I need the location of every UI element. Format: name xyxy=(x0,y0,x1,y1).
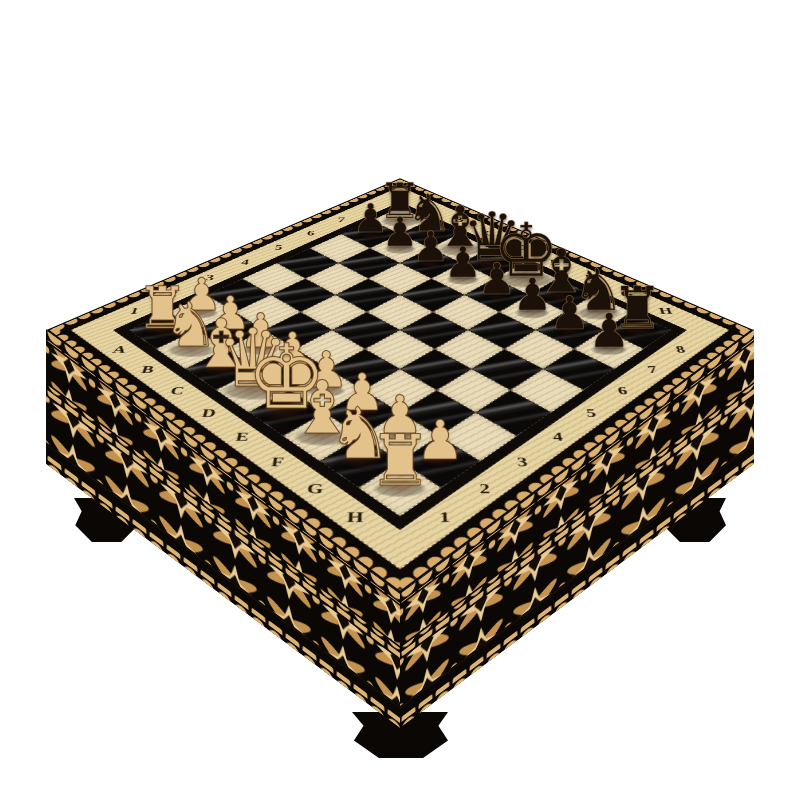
rank-label-left-6: 6 xyxy=(306,229,315,237)
file-label-back-d: D xyxy=(515,243,528,252)
rank-label-left-4: 4 xyxy=(240,258,250,267)
rank-label-right-3: 3 xyxy=(516,455,528,470)
file-label-front-e: E xyxy=(234,430,250,444)
file-label-back-c: C xyxy=(483,229,495,237)
rank-label-left-5: 5 xyxy=(274,243,283,252)
product-photo-scene: AABBCCDDEEFFGGHH8877665544332211 ♜♞♟♝♟♛♟… xyxy=(0,0,800,800)
file-label-front-h: H xyxy=(346,509,364,526)
file-label-back-b: B xyxy=(453,216,463,224)
rank-label-left-7: 7 xyxy=(337,216,345,224)
rank-label-right-1: 1 xyxy=(439,509,451,526)
file-label-front-f: F xyxy=(270,455,285,470)
file-label-back-e: E xyxy=(549,258,561,267)
rank-label-right-2: 2 xyxy=(479,481,491,497)
file-label-front-g: G xyxy=(306,481,324,497)
rank-label-left-8: 8 xyxy=(367,203,374,210)
rank-label-right-4: 4 xyxy=(552,430,565,444)
file-label-back-a: A xyxy=(424,203,435,210)
